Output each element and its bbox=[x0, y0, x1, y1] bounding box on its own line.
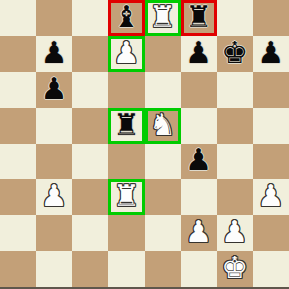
square-g3[interactable] bbox=[217, 179, 253, 215]
square-c8[interactable] bbox=[72, 0, 108, 36]
square-c7[interactable] bbox=[72, 36, 108, 72]
square-g7[interactable]: ♚ bbox=[217, 36, 253, 72]
square-d5[interactable]: ♜ bbox=[108, 108, 144, 144]
piece-white-rook[interactable]: ♜ bbox=[149, 2, 176, 32]
square-g6[interactable] bbox=[217, 72, 253, 108]
piece-black-pawn[interactable]: ♟ bbox=[185, 38, 212, 68]
square-f2[interactable]: ♟ bbox=[181, 215, 217, 251]
square-h4[interactable] bbox=[253, 144, 289, 180]
square-f3[interactable] bbox=[181, 179, 217, 215]
square-g1[interactable]: ♚ bbox=[217, 251, 253, 287]
square-g4[interactable] bbox=[217, 144, 253, 180]
square-a5[interactable] bbox=[0, 108, 36, 144]
square-e3[interactable] bbox=[145, 179, 181, 215]
square-c5[interactable] bbox=[72, 108, 108, 144]
square-h3[interactable]: ♟ bbox=[253, 179, 289, 215]
square-d7[interactable]: ♟ bbox=[108, 36, 144, 72]
square-d6[interactable] bbox=[108, 72, 144, 108]
square-g2[interactable]: ♟ bbox=[217, 215, 253, 251]
square-e8[interactable]: ♜ bbox=[145, 0, 181, 36]
square-b4[interactable] bbox=[36, 144, 72, 180]
square-c4[interactable] bbox=[72, 144, 108, 180]
square-a2[interactable] bbox=[0, 215, 36, 251]
square-b1[interactable] bbox=[36, 251, 72, 287]
piece-black-pawn[interactable]: ♟ bbox=[41, 74, 68, 104]
square-e7[interactable] bbox=[145, 36, 181, 72]
square-d1[interactable] bbox=[108, 251, 144, 287]
square-b5[interactable] bbox=[36, 108, 72, 144]
square-c3[interactable] bbox=[72, 179, 108, 215]
square-f5[interactable] bbox=[181, 108, 217, 144]
piece-white-pawn[interactable]: ♟ bbox=[221, 217, 248, 247]
square-b6[interactable]: ♟ bbox=[36, 72, 72, 108]
piece-black-rook[interactable]: ♜ bbox=[113, 110, 140, 140]
square-f1[interactable] bbox=[181, 251, 217, 287]
square-c1[interactable] bbox=[72, 251, 108, 287]
square-b3[interactable]: ♟ bbox=[36, 179, 72, 215]
piece-white-pawn[interactable]: ♟ bbox=[185, 217, 212, 247]
chess-board-window: ♝♜♜♟♟♟♚♟♟♜♞♟♟♜♟♟♟♚ bbox=[0, 0, 289, 289]
square-d4[interactable] bbox=[108, 144, 144, 180]
piece-black-king[interactable]: ♚ bbox=[221, 38, 248, 68]
piece-black-bishop[interactable]: ♝ bbox=[113, 2, 140, 32]
chess-board: ♝♜♜♟♟♟♚♟♟♜♞♟♟♜♟♟♟♚ bbox=[0, 0, 289, 287]
square-a6[interactable] bbox=[0, 72, 36, 108]
square-b7[interactable]: ♟ bbox=[36, 36, 72, 72]
piece-white-knight[interactable]: ♞ bbox=[149, 110, 176, 140]
square-h7[interactable]: ♟ bbox=[253, 36, 289, 72]
square-e1[interactable] bbox=[145, 251, 181, 287]
square-a3[interactable] bbox=[0, 179, 36, 215]
square-d3[interactable]: ♜ bbox=[108, 179, 144, 215]
square-c2[interactable] bbox=[72, 215, 108, 251]
piece-white-pawn[interactable]: ♟ bbox=[113, 38, 140, 68]
square-g8[interactable] bbox=[217, 0, 253, 36]
square-b8[interactable] bbox=[36, 0, 72, 36]
piece-white-pawn[interactable]: ♟ bbox=[41, 181, 68, 211]
square-d2[interactable] bbox=[108, 215, 144, 251]
square-h6[interactable] bbox=[253, 72, 289, 108]
square-a4[interactable] bbox=[0, 144, 36, 180]
piece-black-pawn[interactable]: ♟ bbox=[257, 38, 284, 68]
square-f7[interactable]: ♟ bbox=[181, 36, 217, 72]
square-g5[interactable] bbox=[217, 108, 253, 144]
square-d8[interactable]: ♝ bbox=[108, 0, 144, 36]
piece-black-pawn[interactable]: ♟ bbox=[41, 38, 68, 68]
square-h5[interactable] bbox=[253, 108, 289, 144]
square-f4[interactable]: ♟ bbox=[181, 144, 217, 180]
square-h2[interactable] bbox=[253, 215, 289, 251]
square-a8[interactable] bbox=[0, 0, 36, 36]
square-e4[interactable] bbox=[145, 144, 181, 180]
square-a1[interactable] bbox=[0, 251, 36, 287]
piece-white-king[interactable]: ♚ bbox=[221, 253, 248, 283]
square-e2[interactable] bbox=[145, 215, 181, 251]
piece-white-rook[interactable]: ♜ bbox=[113, 181, 140, 211]
square-h8[interactable] bbox=[253, 0, 289, 36]
square-e5[interactable]: ♞ bbox=[145, 108, 181, 144]
square-h1[interactable] bbox=[253, 251, 289, 287]
square-f8[interactable]: ♜ bbox=[181, 0, 217, 36]
square-c6[interactable] bbox=[72, 72, 108, 108]
square-e6[interactable] bbox=[145, 72, 181, 108]
square-f6[interactable] bbox=[181, 72, 217, 108]
piece-black-pawn[interactable]: ♟ bbox=[185, 145, 212, 175]
piece-white-pawn[interactable]: ♟ bbox=[257, 181, 284, 211]
piece-black-rook[interactable]: ♜ bbox=[185, 2, 212, 32]
square-b2[interactable] bbox=[36, 215, 72, 251]
square-a7[interactable] bbox=[0, 36, 36, 72]
